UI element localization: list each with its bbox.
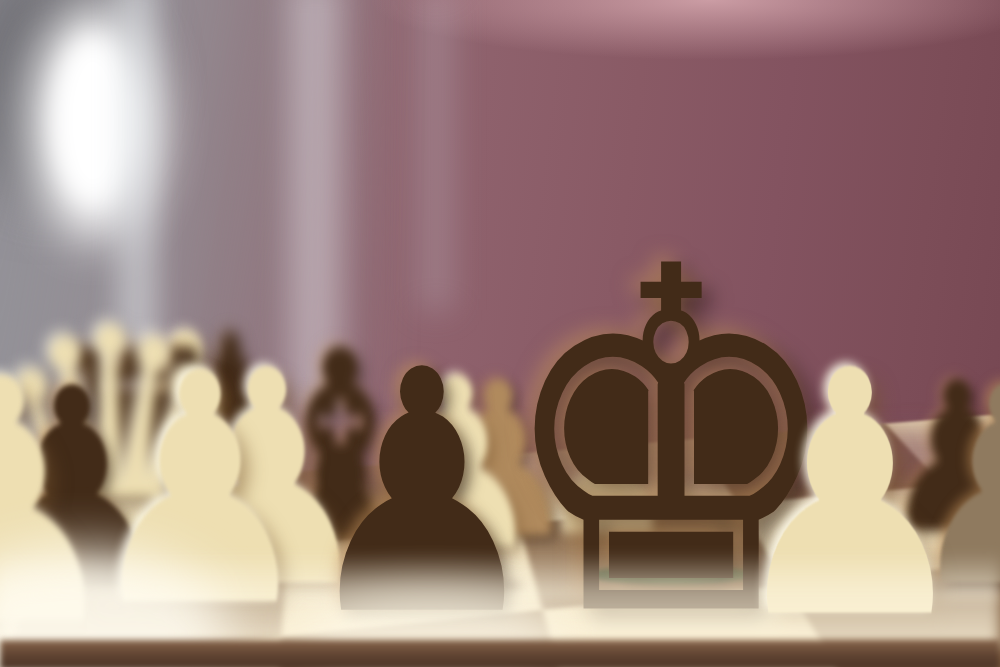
- chess-photo-scene: ♟♟♛♜♝♟♟♟♝♟♟♟♟♚♟♟♟: [0, 0, 1000, 667]
- piece-white-pawn-g3: ♟: [726, 326, 974, 664]
- chess-pieces-layer: ♟♟♛♜♝♟♟♟♝♟♟♟♟♚♟♟♟: [0, 0, 1000, 667]
- piece-black-pawn-e3: ♟: [299, 327, 545, 662]
- piece-white-pawn-a3: ♟: [0, 336, 125, 667]
